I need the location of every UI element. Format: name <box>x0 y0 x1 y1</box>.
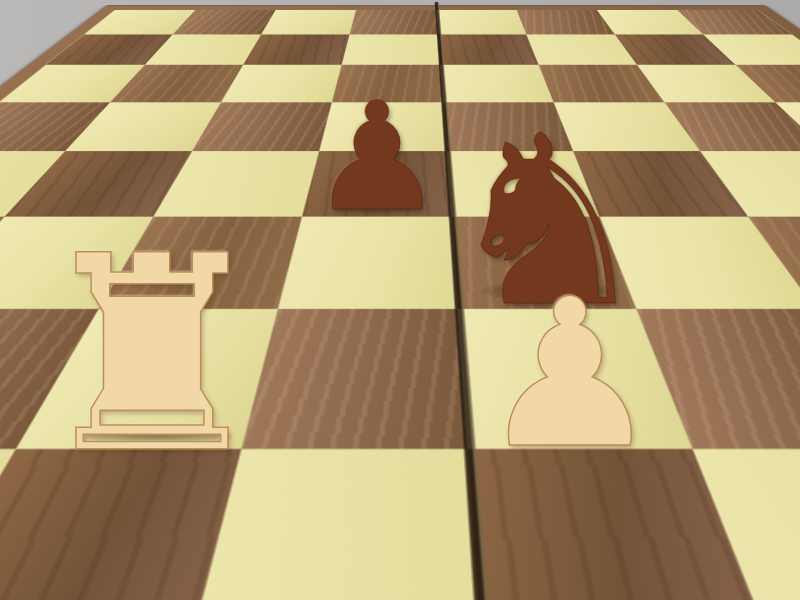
white-rook-glyph: ♜ <box>31 221 273 491</box>
square-c8[interactable] <box>261 10 356 35</box>
square-c7[interactable] <box>243 34 349 64</box>
photo-stage: ♟ ♞ ♜ ♟ <box>0 0 800 600</box>
piece-black-pawn-d4[interactable]: ♟ <box>310 82 444 232</box>
square-d8[interactable] <box>350 10 438 35</box>
black-pawn-glyph: ♟ <box>310 82 444 232</box>
square-d7[interactable] <box>342 34 440 64</box>
piece-white-rook-c2[interactable]: ♜ <box>31 221 273 491</box>
piece-white-pawn-e2[interactable]: ♟ <box>478 272 662 477</box>
square-e7[interactable] <box>438 34 539 64</box>
white-pawn-glyph: ♟ <box>478 272 662 477</box>
square-d2[interactable] <box>241 309 467 449</box>
square-e8[interactable] <box>436 10 526 35</box>
